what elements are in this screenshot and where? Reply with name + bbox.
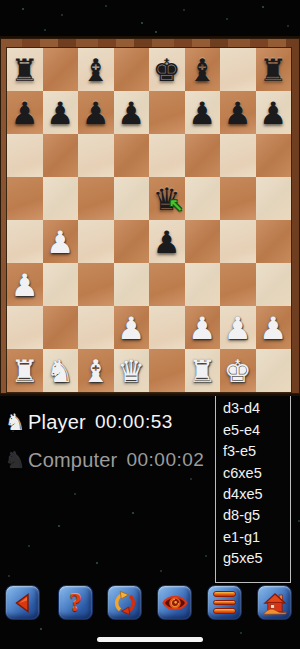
square-a3[interactable]: ♟ (7, 263, 43, 306)
square-g3[interactable] (220, 263, 256, 306)
black-bishop: ♝ (188, 55, 216, 86)
square-d2[interactable]: ♟ (114, 306, 150, 349)
square-g2[interactable]: ♟ (220, 306, 256, 349)
last-move-arrow-icon: ↖ (168, 197, 183, 215)
star-dot (141, 22, 143, 24)
menu-button[interactable] (207, 585, 242, 620)
square-c1[interactable]: ♝ (78, 349, 114, 392)
white-pawn: ♟ (11, 270, 39, 301)
move-entry[interactable]: f3-e5 (223, 441, 290, 462)
star-dot (155, 31, 157, 33)
square-f6[interactable] (185, 134, 221, 177)
square-b2[interactable] (43, 306, 79, 349)
square-a5[interactable] (7, 177, 43, 220)
square-d8[interactable] (114, 48, 150, 91)
star-dot (22, 8, 24, 10)
question-mark-icon: ? (69, 590, 82, 615)
eye-button[interactable] (157, 585, 192, 620)
square-d6[interactable] (114, 134, 150, 177)
move-entry[interactable]: d4xe5 (223, 484, 290, 505)
move-entry[interactable]: c6xe5 (223, 463, 290, 484)
computer-clock-row: ♞ Computer 00:00:02 (2, 448, 214, 472)
star-dot (96, 562, 98, 564)
black-pawn: ♟ (46, 98, 74, 129)
square-d3[interactable] (114, 263, 150, 306)
black-rook: ♜ (259, 55, 287, 86)
star-dot (183, 9, 185, 11)
square-g8[interactable] (220, 48, 256, 91)
square-a7[interactable]: ♟ (7, 91, 43, 134)
white-pawn: ♟ (188, 313, 216, 344)
white-king: ♚ (224, 356, 252, 387)
square-h6[interactable] (256, 134, 292, 177)
square-h5[interactable] (256, 177, 292, 220)
square-g6[interactable] (220, 134, 256, 177)
move-entry[interactable]: e5-e4 (223, 420, 290, 441)
square-g4[interactable] (220, 220, 256, 263)
square-g5[interactable] (220, 177, 256, 220)
move-list-panel[interactable]: e7-e5d3-d4e5-e4f3-e5c6xe5d4xe5d8-g5e1-g1… (215, 383, 291, 583)
star-dot (28, 545, 30, 547)
white-bishop: ♝ (82, 356, 110, 387)
square-a6[interactable] (7, 134, 43, 177)
square-d7[interactable]: ♟ (114, 91, 150, 134)
eye-icon (161, 590, 189, 616)
square-h7[interactable]: ♟ (256, 91, 292, 134)
square-f8[interactable]: ♝ (185, 48, 221, 91)
star-dot (160, 570, 162, 572)
star-dot (132, 512, 134, 514)
white-knight-icon: ♞ (2, 411, 28, 434)
square-e2[interactable] (149, 306, 185, 349)
star-dot (44, 29, 46, 31)
white-pawn: ♟ (46, 227, 74, 258)
square-e3[interactable] (149, 263, 185, 306)
star-dot (61, 14, 63, 16)
white-pawn: ♟ (117, 313, 145, 344)
move-list: e7-e5d3-d4e5-e4f3-e5c6xe5d4xe5d8-g5e1-g1… (216, 383, 290, 570)
star-dot (240, 632, 242, 634)
square-b6[interactable] (43, 134, 79, 177)
rotate-button[interactable] (107, 585, 142, 620)
computer-time: 00:00:02 (126, 449, 204, 471)
square-d5[interactable] (114, 177, 150, 220)
square-f3[interactable] (185, 263, 221, 306)
black-pawn: ♟ (82, 98, 110, 129)
square-c8[interactable]: ♝ (78, 48, 114, 91)
star-dot (298, 520, 300, 522)
star-dot (40, 628, 42, 630)
square-e4[interactable]: ♟ (149, 220, 185, 263)
computer-label: Computer (28, 449, 117, 472)
star-dot (226, 18, 228, 20)
star-dot (105, 5, 107, 7)
star-dot (262, 6, 264, 8)
square-d4[interactable] (114, 220, 150, 263)
menu-bars-icon (213, 591, 236, 614)
square-b8[interactable] (43, 48, 79, 91)
square-h2[interactable]: ♟ (256, 306, 292, 349)
back-arrow-icon (11, 591, 35, 615)
black-pawn: ♟ (188, 98, 216, 129)
player-time: 00:00:53 (95, 411, 173, 433)
player-label: Player (28, 411, 86, 434)
white-pawn: ♟ (259, 313, 287, 344)
square-d1[interactable]: ♛ (114, 349, 150, 392)
square-b4[interactable]: ♟ (43, 220, 79, 263)
square-f5[interactable] (185, 177, 221, 220)
black-knight-icon: ♞ (2, 449, 28, 472)
black-pawn: ♟ (153, 227, 181, 258)
black-queen: ♛ (153, 184, 181, 215)
bottom-toolbar: ? (0, 585, 300, 620)
square-a2[interactable] (7, 306, 43, 349)
star-dot (287, 25, 289, 27)
clock-panel: ♞ Player 00:00:53 ♞ Computer 00:00:02 (0, 396, 214, 472)
square-h3[interactable] (256, 263, 292, 306)
square-e6[interactable] (149, 134, 185, 177)
square-b7[interactable]: ♟ (43, 91, 79, 134)
square-c7[interactable]: ♟ (78, 91, 114, 134)
square-a4[interactable] (7, 220, 43, 263)
square-c6[interactable] (78, 134, 114, 177)
square-c4[interactable] (78, 220, 114, 263)
square-c5[interactable] (78, 177, 114, 220)
square-h8[interactable]: ♜ (256, 48, 292, 91)
black-pawn: ♟ (224, 98, 252, 129)
square-a8[interactable]: ♜ (7, 48, 43, 91)
star-dot (58, 525, 60, 527)
star-dot (190, 478, 192, 480)
square-f1[interactable]: ♜ (185, 349, 221, 392)
square-g7[interactable]: ♟ (220, 91, 256, 134)
exit-button[interactable] (257, 585, 292, 620)
square-b1[interactable]: ♞ (43, 349, 79, 392)
black-pawn: ♟ (117, 98, 145, 129)
white-queen: ♛ (117, 356, 145, 387)
star-dot (205, 555, 207, 557)
back-button[interactable] (5, 585, 40, 620)
white-rook: ♜ (11, 356, 39, 387)
move-entry[interactable]: d3-d4 (223, 398, 290, 419)
move-entry[interactable]: d8-g5 (223, 505, 290, 526)
black-bishop: ♝ (82, 55, 110, 86)
black-pawn: ♟ (11, 98, 39, 129)
player-clock-row: ♞ Player 00:00:53 (2, 410, 214, 434)
square-a1[interactable]: ♜ (7, 349, 43, 392)
chess-board[interactable]: ♜♝♚♝♜♟♟♟♟♟♟♟♛↖♟♟♟♟♟♟♟♜♞♝♛♜♚ (7, 48, 291, 392)
square-f2[interactable]: ♟ (185, 306, 221, 349)
black-king: ♚ (153, 55, 181, 86)
square-e1[interactable] (149, 349, 185, 392)
move-entry[interactable]: e1-g1 (223, 527, 290, 548)
square-e8[interactable]: ♚ (149, 48, 185, 91)
square-h4[interactable] (256, 220, 292, 263)
square-b3[interactable] (43, 263, 79, 306)
square-h1[interactable] (256, 349, 292, 392)
square-g1[interactable]: ♚ (220, 349, 256, 392)
white-pawn: ♟ (224, 313, 252, 344)
rotate-arrows-icon (112, 590, 138, 616)
square-f4[interactable] (185, 220, 221, 263)
square-e7[interactable] (149, 91, 185, 134)
black-pawn: ♟ (259, 98, 287, 129)
star-dot (74, 493, 76, 495)
help-button[interactable]: ? (58, 585, 93, 620)
move-entry[interactable]: g5xe5 (223, 548, 290, 569)
square-f7[interactable]: ♟ (185, 91, 221, 134)
board-frame: ♜♝♚♝♜♟♟♟♟♟♟♟♛↖♟♟♟♟♟♟♟♜♞♝♛♜♚ (0, 36, 300, 396)
white-rook: ♜ (188, 356, 216, 387)
square-e5[interactable]: ♛↖ (149, 177, 185, 220)
square-b5[interactable] (43, 177, 79, 220)
chess-app-screen: ♜♝♚♝♜♟♟♟♟♟♟♟♛↖♟♟♟♟♟♟♟♜♞♝♛♜♚ ♞ Player 00:… (0, 0, 300, 649)
star-dot (8, 575, 10, 577)
home-indicator[interactable] (97, 637, 203, 642)
square-c2[interactable] (78, 306, 114, 349)
white-knight: ♞ (46, 356, 74, 387)
home-icon (262, 590, 288, 616)
square-c3[interactable] (78, 263, 114, 306)
black-rook: ♜ (11, 55, 39, 86)
